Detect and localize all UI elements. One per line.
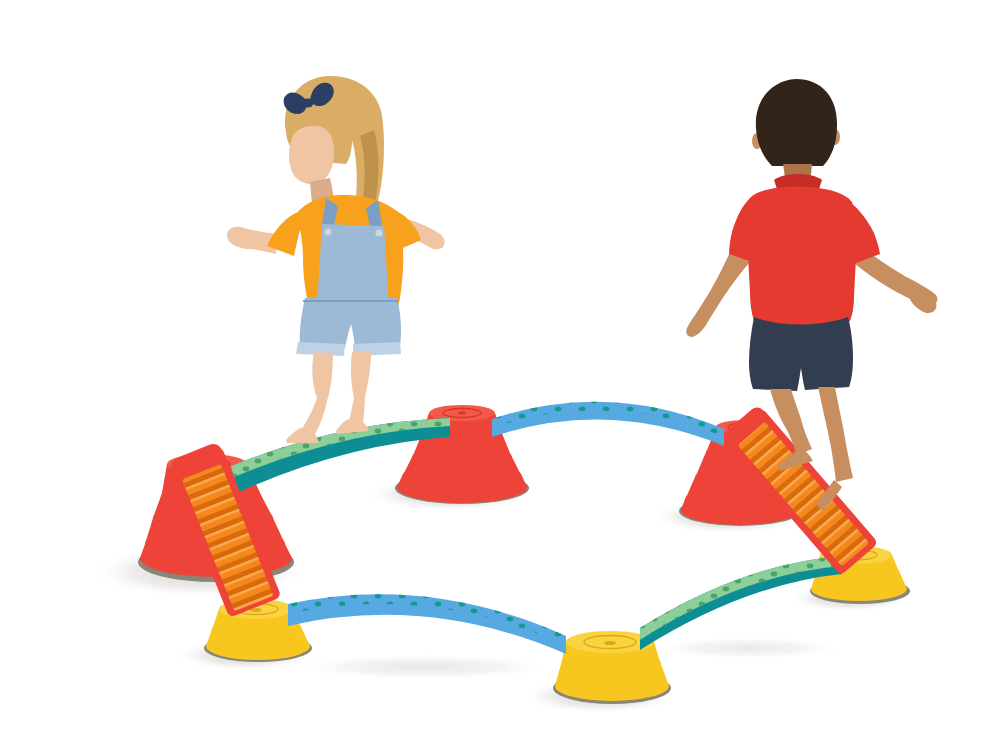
boy-hair (756, 79, 837, 166)
boy-shirt-torso (748, 186, 857, 327)
boy-shorts (749, 317, 853, 391)
girl-overall-shorts (300, 298, 401, 348)
girl-bib-button-right (376, 230, 383, 237)
girl-figure (227, 76, 445, 443)
balance-course-scene (0, 0, 1000, 750)
cap-hole (604, 641, 616, 645)
girl-face (289, 126, 334, 184)
girl-leg-left (302, 352, 333, 434)
shadow-beam-bottom-left (295, 654, 555, 680)
girl-bow-knot (303, 99, 314, 108)
stepper-bottom-centre-yellow (553, 631, 671, 704)
shadow-beam-bottom-right (653, 637, 843, 659)
girl-arm-left (227, 227, 276, 254)
cap-hole (458, 412, 466, 415)
beam-top-right-blue (492, 402, 724, 446)
photo-stage (0, 0, 1000, 750)
boy-leg-right (818, 387, 853, 482)
girl-foot-right (336, 417, 369, 434)
boy-arm-left (686, 250, 750, 337)
girl-leg-right (349, 352, 371, 424)
girl-bib-button-left (325, 229, 332, 236)
beam-bottom-left-blue (288, 594, 566, 654)
